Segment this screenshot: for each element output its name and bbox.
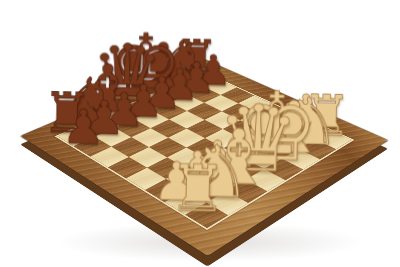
camera-tilt-layer: ♜♟♟♜♞♟♟♞♝♟♟♝♚♟♟♚♛♟♟♛♝♟♟♝♞♟♟♞♜♟♟♜ — [0, 0, 400, 267]
square-a1[interactable]: ♜ — [185, 202, 228, 227]
perspective-layer: ♜♟♟♜♞♟♟♞♝♟♟♝♚♟♟♚♛♟♟♛♝♟♟♝♞♟♟♞♜♟♟♜ — [0, 0, 400, 267]
playing-area: ♜♟♟♜♞♟♟♞♝♟♟♝♚♟♟♚♛♟♟♛♝♟♟♝♞♟♟♞♜♟♟♜ — [55, 71, 355, 230]
board-grid: ♜♟♟♜♞♟♟♞♝♟♟♝♚♟♟♚♛♟♟♛♝♟♟♝♞♟♟♞♜♟♟♜ — [57, 72, 351, 227]
white-rook[interactable]: ♜ — [168, 155, 227, 221]
black-pawn[interactable]: ♟ — [61, 103, 105, 151]
chess-photo-scene: ♜♟♟♜♞♟♟♞♝♟♟♝♚♟♟♚♛♟♟♛♝♟♟♝♞♟♟♞♜♟♟♜ — [0, 0, 400, 267]
chess-board[interactable]: ♜♟♟♜♞♟♟♞♝♟♟♝♚♟♟♚♛♟♟♛♝♟♟♝♞♟♟♞♜♟♟♜ — [20, 58, 388, 255]
